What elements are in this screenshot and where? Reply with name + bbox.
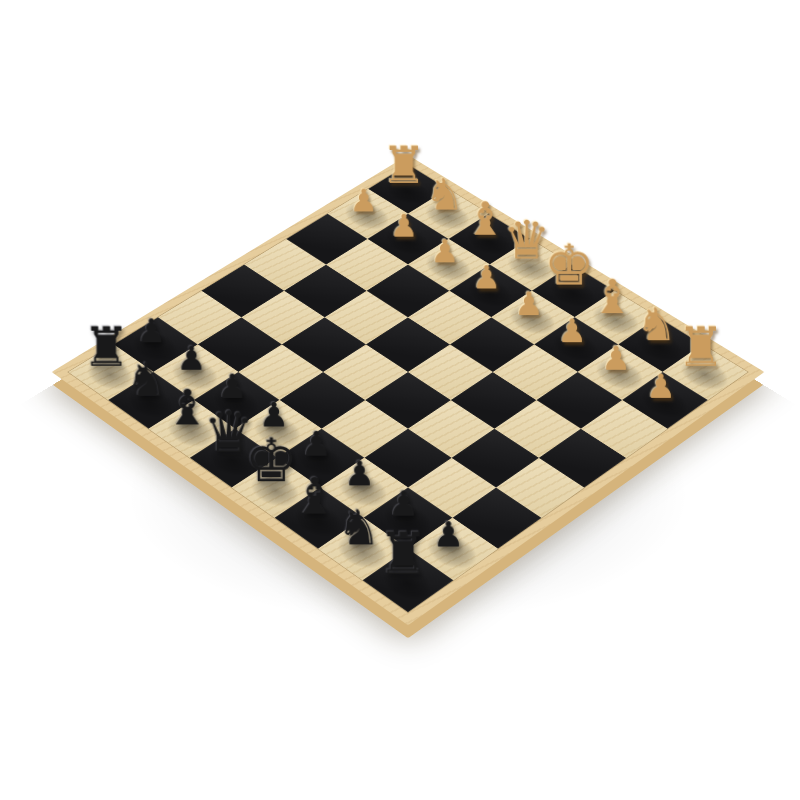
piece-glyph: ♜ xyxy=(339,526,467,584)
square-d5[interactable] xyxy=(323,344,408,400)
square-h2[interactable]: ♟ xyxy=(622,372,708,429)
square-e5[interactable] xyxy=(365,372,451,429)
piece-glyph: ♟ xyxy=(600,370,721,403)
photo-canvas: ♜♞♝♛♚♝♞♜♟♟♟♟♟♟♟♟♟♟♟♟♟♟♟♟♜♞♝♛♚♝♞♜ xyxy=(0,0,800,800)
square-h8[interactable]: ♜ xyxy=(363,549,454,613)
square-e4[interactable] xyxy=(408,344,493,400)
